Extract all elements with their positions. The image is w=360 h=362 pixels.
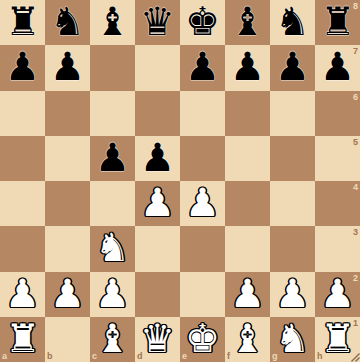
file-label-b: b [47, 352, 53, 361]
square-b4[interactable] [45, 181, 90, 226]
white-pawn-icon[interactable]: ♟ [50, 274, 85, 313]
rank-label-5: 5 [353, 138, 358, 147]
white-pawn-icon[interactable]: ♟ [140, 183, 175, 222]
white-king-icon[interactable]: ♚ [185, 319, 220, 358]
square-d7[interactable] [135, 45, 180, 90]
square-f3[interactable] [225, 226, 270, 271]
square-c7[interactable] [90, 45, 135, 90]
black-knight-icon[interactable]: ♞ [275, 2, 310, 41]
square-f5[interactable] [225, 136, 270, 181]
white-knight-icon[interactable]: ♞ [275, 319, 310, 358]
square-c4[interactable] [90, 181, 135, 226]
white-pawn-icon[interactable]: ♟ [320, 274, 355, 313]
square-c5[interactable]: ♟ [90, 136, 135, 181]
square-g5[interactable] [270, 136, 315, 181]
square-a5[interactable] [0, 136, 45, 181]
square-g4[interactable] [270, 181, 315, 226]
square-b7[interactable]: ♟ [45, 45, 90, 90]
black-bishop-icon[interactable]: ♝ [230, 2, 265, 41]
white-queen-icon[interactable]: ♛ [140, 319, 175, 358]
white-pawn-icon[interactable]: ♟ [95, 274, 130, 313]
square-h6[interactable]: 6 [315, 91, 360, 136]
square-c2[interactable]: ♟ [90, 272, 135, 317]
square-d3[interactable] [135, 226, 180, 271]
square-g3[interactable] [270, 226, 315, 271]
white-pawn-icon[interactable]: ♟ [5, 274, 40, 313]
black-queen-icon[interactable]: ♛ [140, 2, 175, 41]
black-pawn-icon[interactable]: ♟ [275, 47, 310, 86]
square-a4[interactable] [0, 181, 45, 226]
square-e1[interactable]: ♚e [180, 317, 225, 362]
square-f4[interactable] [225, 181, 270, 226]
square-g8[interactable]: ♞ [270, 0, 315, 45]
square-b1[interactable]: b [45, 317, 90, 362]
square-h5[interactable]: 5 [315, 136, 360, 181]
black-rook-icon[interactable]: ♜ [5, 2, 40, 41]
square-e6[interactable] [180, 91, 225, 136]
rank-label-4: 4 [353, 183, 358, 192]
square-e7[interactable]: ♟ [180, 45, 225, 90]
chess-board: ♜♞♝♛♚♝♞♜8♟♟♟♟♟♟76♟♟5♟♟4♞3♟♟♟♟♟♟2♜ab♝c♛d♚… [0, 0, 360, 362]
black-pawn-icon[interactable]: ♟ [230, 47, 265, 86]
square-g6[interactable] [270, 91, 315, 136]
white-knight-icon[interactable]: ♞ [95, 228, 130, 267]
square-c6[interactable] [90, 91, 135, 136]
square-e4[interactable]: ♟ [180, 181, 225, 226]
square-g2[interactable]: ♟ [270, 272, 315, 317]
black-pawn-icon[interactable]: ♟ [50, 47, 85, 86]
square-f8[interactable]: ♝ [225, 0, 270, 45]
square-f2[interactable]: ♟ [225, 272, 270, 317]
square-d6[interactable] [135, 91, 180, 136]
black-pawn-icon[interactable]: ♟ [185, 47, 220, 86]
square-f1[interactable]: ♝f [225, 317, 270, 362]
square-d2[interactable] [135, 272, 180, 317]
square-c8[interactable]: ♝ [90, 0, 135, 45]
square-a3[interactable] [0, 226, 45, 271]
white-rook-icon[interactable]: ♜ [5, 319, 40, 358]
square-d4[interactable]: ♟ [135, 181, 180, 226]
square-a1[interactable]: ♜a [0, 317, 45, 362]
rank-label-6: 6 [353, 93, 358, 102]
black-pawn-icon[interactable]: ♟ [5, 47, 40, 86]
square-h4[interactable]: 4 [315, 181, 360, 226]
rank-label-3: 3 [353, 228, 358, 237]
square-g1[interactable]: ♞g [270, 317, 315, 362]
square-c1[interactable]: ♝c [90, 317, 135, 362]
square-b5[interactable] [45, 136, 90, 181]
square-a8[interactable]: ♜ [0, 0, 45, 45]
black-bishop-icon[interactable]: ♝ [95, 2, 130, 41]
square-a2[interactable]: ♟ [0, 272, 45, 317]
black-rook-icon[interactable]: ♜ [320, 2, 355, 41]
black-pawn-icon[interactable]: ♟ [320, 47, 355, 86]
white-pawn-icon[interactable]: ♟ [275, 274, 310, 313]
black-pawn-icon[interactable]: ♟ [95, 138, 130, 177]
square-f6[interactable] [225, 91, 270, 136]
black-pawn-icon[interactable]: ♟ [140, 138, 175, 177]
board-resize-handle-icon[interactable] [348, 350, 360, 362]
square-e8[interactable]: ♚ [180, 0, 225, 45]
square-f7[interactable]: ♟ [225, 45, 270, 90]
square-g7[interactable]: ♟ [270, 45, 315, 90]
white-bishop-icon[interactable]: ♝ [230, 319, 265, 358]
white-pawn-icon[interactable]: ♟ [230, 274, 265, 313]
square-e2[interactable] [180, 272, 225, 317]
chess-board-panel: ♜♞♝♛♚♝♞♜8♟♟♟♟♟♟76♟♟5♟♟4♞3♟♟♟♟♟♟2♜ab♝c♛d♚… [0, 0, 360, 362]
square-h7[interactable]: ♟7 [315, 45, 360, 90]
square-d5[interactable]: ♟ [135, 136, 180, 181]
square-h2[interactable]: ♟2 [315, 272, 360, 317]
square-e5[interactable] [180, 136, 225, 181]
square-b3[interactable] [45, 226, 90, 271]
square-h3[interactable]: 3 [315, 226, 360, 271]
square-c3[interactable]: ♞ [90, 226, 135, 271]
white-pawn-icon[interactable]: ♟ [185, 183, 220, 222]
square-a6[interactable] [0, 91, 45, 136]
square-a7[interactable]: ♟ [0, 45, 45, 90]
black-knight-icon[interactable]: ♞ [50, 2, 85, 41]
square-b8[interactable]: ♞ [45, 0, 90, 45]
square-b2[interactable]: ♟ [45, 272, 90, 317]
square-d1[interactable]: ♛d [135, 317, 180, 362]
square-d8[interactable]: ♛ [135, 0, 180, 45]
white-bishop-icon[interactable]: ♝ [95, 319, 130, 358]
square-h8[interactable]: ♜8 [315, 0, 360, 45]
black-king-icon[interactable]: ♚ [185, 2, 220, 41]
square-b6[interactable] [45, 91, 90, 136]
square-e3[interactable] [180, 226, 225, 271]
